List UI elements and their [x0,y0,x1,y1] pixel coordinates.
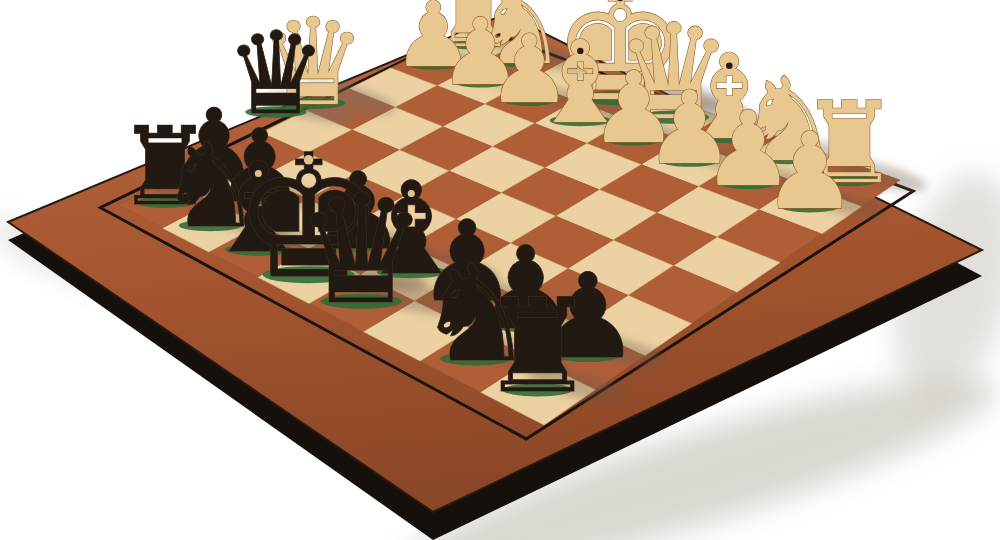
finial-piece-white-bishop-e2 [577,48,583,54]
piece-white-pawn-a2[interactable]: ♟ [762,110,857,233]
chess-board-svg: ♜♞♟♟♚♟♛♛♛♝♝♟♞♟♟♜♟♟♜♟♞♟♝♝♚♟♛♟♟♞♜ [0,0,1000,540]
piece-black-queen-d8[interactable]: ♛ [294,162,429,337]
chess-product-photo: ♜♞♟♟♚♟♛♛♛♝♝♟♞♟♟♜♟♟♜♟♞♟♝♝♚♟♛♟♟♞♜ rn1qkbnr… [0,0,1000,540]
piece-black-rook-a8[interactable]: ♜ [480,271,596,422]
